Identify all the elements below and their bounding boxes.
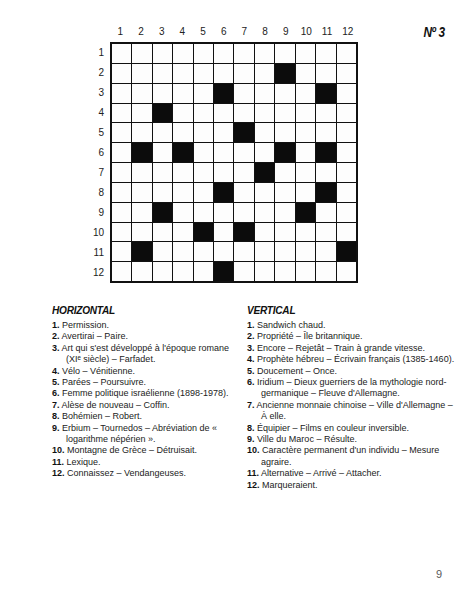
cell-r1c1[interactable] xyxy=(112,44,131,63)
col-label-8: 8 xyxy=(255,26,276,40)
cell-r12c12[interactable] xyxy=(337,262,356,281)
cell-r3c1[interactable] xyxy=(112,84,131,103)
clue-text: Ancienne monnaie chinoise – Ville d'Alle… xyxy=(255,400,453,421)
col-label-2: 2 xyxy=(131,26,152,40)
cell-r11c7[interactable] xyxy=(234,242,253,261)
clue-number: 3. xyxy=(52,343,60,353)
clue-number: 8. xyxy=(52,411,60,421)
cell-r7c8 xyxy=(255,163,274,182)
magazine-page: Nº 3 123456789101112 123456789101112 HOR… xyxy=(0,0,474,608)
clue-number: 2. xyxy=(52,331,60,341)
cell-r10c2[interactable] xyxy=(132,223,151,242)
row-label-12: 12 xyxy=(84,263,104,283)
cell-r11c3[interactable] xyxy=(153,242,172,261)
clue-text: Vélo – Vénitienne. xyxy=(60,366,136,376)
row-labels: 123456789101112 xyxy=(84,42,104,283)
cell-r2c9 xyxy=(275,64,294,83)
cell-r11c4[interactable] xyxy=(173,242,192,261)
clue-number: 7. xyxy=(247,400,255,410)
clue-item-h-12: 12. Connaissez – Vendangeuses. xyxy=(52,468,232,479)
cell-r2c4[interactable] xyxy=(173,64,192,83)
cell-r5c4[interactable] xyxy=(173,123,192,142)
clue-item-h-3: 3. Art qui s'est développé à l'époque ro… xyxy=(52,343,232,366)
clue-text: Ville du Maroc – Résulte. xyxy=(255,434,357,444)
cell-r4c3 xyxy=(153,104,172,123)
cell-r8c12[interactable] xyxy=(337,183,356,202)
cell-r12c9[interactable] xyxy=(275,262,294,281)
vertical-clues-title: VERTICAL xyxy=(247,304,295,316)
cell-r3c11 xyxy=(316,84,335,103)
cell-r6c10[interactable] xyxy=(296,143,315,162)
row-label-10: 10 xyxy=(84,223,104,243)
clue-text: Connaissez – Vendangeuses. xyxy=(65,468,187,478)
puzzle-number: Nº 3 xyxy=(412,24,456,40)
cell-r11c11[interactable] xyxy=(316,242,335,261)
clue-item-h-5: 5. Parées – Poursuivre. xyxy=(52,377,232,388)
clue-item-v-12: 12. Marqueraient. xyxy=(247,480,459,491)
clue-number: 8. xyxy=(247,423,255,433)
cell-r6c7[interactable] xyxy=(234,143,253,162)
cell-r2c10[interactable] xyxy=(296,64,315,83)
cell-r8c7[interactable] xyxy=(234,183,253,202)
cell-r1c9[interactable] xyxy=(275,44,294,63)
col-label-9: 9 xyxy=(275,26,296,40)
cell-r12c3[interactable] xyxy=(153,262,172,281)
cell-r3c9[interactable] xyxy=(275,84,294,103)
cell-r8c6 xyxy=(214,183,233,202)
cell-r5c8[interactable] xyxy=(255,123,274,142)
clue-item-v-6: 6. Iridium – Dieux guerriers de la mytho… xyxy=(247,377,459,400)
page-number: 9 xyxy=(436,568,442,580)
cell-r6c9 xyxy=(275,143,294,162)
cell-r7c9[interactable] xyxy=(275,163,294,182)
clue-number: 1. xyxy=(52,320,60,330)
clue-section-vertical: VERTICAL 1. Sandwich chaud.2. Propriété … xyxy=(247,300,459,491)
clue-text: Montagne de Grèce – Détruisait. xyxy=(65,445,198,455)
horizontal-clue-list: 1. Permission.2. Avertirai – Paire.3. Ar… xyxy=(52,320,232,480)
cell-r9c3 xyxy=(153,203,172,222)
cell-r11c10[interactable] xyxy=(296,242,315,261)
clue-item-v-9: 9. Ville du Maroc – Résulte. xyxy=(247,434,459,445)
cell-r4c4[interactable] xyxy=(173,104,192,123)
cell-r2c3[interactable] xyxy=(153,64,172,83)
clue-text: Alèse de nouveau – Coffin. xyxy=(60,400,170,410)
clue-text: Parées – Poursuivre. xyxy=(60,377,147,387)
cell-r1c8[interactable] xyxy=(255,44,274,63)
cell-r2c5[interactable] xyxy=(194,64,213,83)
clue-text: Bohémien – Robert. xyxy=(60,411,143,421)
cell-r2c12[interactable] xyxy=(337,64,356,83)
cell-r10c7 xyxy=(234,223,253,242)
cell-r9c6[interactable] xyxy=(214,203,233,222)
cell-r10c11[interactable] xyxy=(316,223,335,242)
cell-r1c2[interactable] xyxy=(132,44,151,63)
cell-r4c6[interactable] xyxy=(214,104,233,123)
cell-r6c6[interactable] xyxy=(214,143,233,162)
cell-r4c12[interactable] xyxy=(337,104,356,123)
cell-r10c1[interactable] xyxy=(112,223,131,242)
cell-r7c11[interactable] xyxy=(316,163,335,182)
cell-r3c12[interactable] xyxy=(337,84,356,103)
cell-r12c8[interactable] xyxy=(255,262,274,281)
clue-number: 4. xyxy=(52,366,60,376)
cell-r8c9[interactable] xyxy=(275,183,294,202)
cell-r4c9[interactable] xyxy=(275,104,294,123)
clue-text: Art qui s'est développé à l'époque roman… xyxy=(60,343,230,364)
cell-r9c9[interactable] xyxy=(275,203,294,222)
cell-r12c5[interactable] xyxy=(194,262,213,281)
cell-r5c11[interactable] xyxy=(316,123,335,142)
clue-number: 5. xyxy=(52,377,60,387)
cell-r10c5 xyxy=(194,223,213,242)
cell-r12c7[interactable] xyxy=(234,262,253,281)
cell-r6c4 xyxy=(173,143,192,162)
column-labels: 123456789101112 xyxy=(110,26,358,40)
row-label-9: 9 xyxy=(84,203,104,223)
cell-r2c6[interactable] xyxy=(214,64,233,83)
clue-item-v-1: 1. Sandwich chaud. xyxy=(247,320,459,331)
cell-r9c8[interactable] xyxy=(255,203,274,222)
clue-item-v-5: 5. Doucement – Once. xyxy=(247,366,459,377)
row-label-3: 3 xyxy=(84,82,104,102)
cell-r8c4[interactable] xyxy=(173,183,192,202)
clue-number: 11. xyxy=(247,468,259,478)
cell-r10c3[interactable] xyxy=(153,223,172,242)
clue-item-v-4: 4. Prophète hébreu – Écrivain français (… xyxy=(247,354,459,365)
cell-r9c2[interactable] xyxy=(132,203,151,222)
cell-r1c11[interactable] xyxy=(316,44,335,63)
col-label-1: 1 xyxy=(110,26,131,40)
clue-text: Sandwich chaud. xyxy=(255,320,326,330)
cell-r4c8[interactable] xyxy=(255,104,274,123)
cell-r12c10[interactable] xyxy=(296,262,315,281)
clue-number: 5. xyxy=(247,366,255,376)
clue-item-h-11: 11. Lexique. xyxy=(52,457,232,468)
cell-r11c9[interactable] xyxy=(275,242,294,261)
cell-r10c10[interactable] xyxy=(296,223,315,242)
clue-text: Lexique. xyxy=(64,457,101,467)
cell-r10c12[interactable] xyxy=(337,223,356,242)
clue-item-v-8: 8. Équipier – Films en couleur inversibl… xyxy=(247,423,459,434)
cell-r6c1[interactable] xyxy=(112,143,131,162)
clue-number: 3. xyxy=(247,343,255,353)
cell-r4c2[interactable] xyxy=(132,104,151,123)
cell-r3c3[interactable] xyxy=(153,84,172,103)
row-label-11: 11 xyxy=(84,243,104,263)
clue-item-h-9: 9. Erbium – Tournedos – Abréviation de «… xyxy=(52,423,232,446)
clue-text: Permission. xyxy=(60,320,110,330)
cell-r8c5[interactable] xyxy=(194,183,213,202)
clue-text: Équipier – Films en couleur inversible. xyxy=(255,423,410,433)
clue-section-horizontal: HORIZONTAL 1. Permission.2. Avertirai – … xyxy=(52,300,232,480)
clue-item-h-4: 4. Vélo – Vénitienne. xyxy=(52,366,232,377)
cell-r11c2 xyxy=(132,242,151,261)
cell-r6c3[interactable] xyxy=(153,143,172,162)
cell-r8c11 xyxy=(316,183,335,202)
clue-number: 12. xyxy=(52,468,65,478)
cell-r4c5[interactable] xyxy=(194,104,213,123)
cell-r3c2[interactable] xyxy=(132,84,151,103)
cell-r4c11[interactable] xyxy=(316,104,335,123)
clue-number: 10. xyxy=(247,445,260,455)
clue-text: Femme politique israélienne (1898-1978). xyxy=(60,388,229,398)
clue-text: Iridium – Dieux guerriers de la mytholog… xyxy=(255,377,447,398)
cell-r6c2 xyxy=(132,143,151,162)
clue-item-h-6: 6. Femme politique israélienne (1898-197… xyxy=(52,388,232,399)
cell-r1c6[interactable] xyxy=(214,44,233,63)
cell-r9c12[interactable] xyxy=(337,203,356,222)
cell-r3c4[interactable] xyxy=(173,84,192,103)
clue-item-v-2: 2. Propriété – Île britannique. xyxy=(247,331,459,342)
cell-r6c5[interactable] xyxy=(194,143,213,162)
row-label-5: 5 xyxy=(84,122,104,142)
cell-r11c6[interactable] xyxy=(214,242,233,261)
cell-r7c10[interactable] xyxy=(296,163,315,182)
cell-r9c1[interactable] xyxy=(112,203,131,222)
cell-r5c3[interactable] xyxy=(153,123,172,142)
clue-number: 4. xyxy=(247,354,255,364)
col-label-11: 11 xyxy=(317,26,338,40)
cell-r10c9[interactable] xyxy=(275,223,294,242)
row-label-8: 8 xyxy=(84,183,104,203)
crossword-board xyxy=(110,42,358,283)
row-label-6: 6 xyxy=(84,142,104,162)
horizontal-clues-title: HORIZONTAL xyxy=(52,304,115,316)
cell-r5c12[interactable] xyxy=(337,123,356,142)
row-label-1: 1 xyxy=(84,42,104,62)
cell-r8c3[interactable] xyxy=(153,183,172,202)
clue-number: 12. xyxy=(247,480,260,490)
cell-r9c7[interactable] xyxy=(234,203,253,222)
cell-r1c7[interactable] xyxy=(234,44,253,63)
col-label-12: 12 xyxy=(337,26,358,40)
clue-number: 1. xyxy=(247,320,255,330)
cell-r4c1[interactable] xyxy=(112,104,131,123)
cell-r10c4[interactable] xyxy=(173,223,192,242)
row-label-7: 7 xyxy=(84,162,104,182)
row-label-2: 2 xyxy=(84,62,104,82)
cell-r7c7[interactable] xyxy=(234,163,253,182)
clue-item-v-3: 3. Encore – Rejetât – Train à grande vit… xyxy=(247,343,459,354)
cell-r11c8[interactable] xyxy=(255,242,274,261)
clue-text: Caractère permanent d'un individu – Mesu… xyxy=(260,445,440,466)
cell-r8c8[interactable] xyxy=(255,183,274,202)
cell-r2c2[interactable] xyxy=(132,64,151,83)
cell-r5c5[interactable] xyxy=(194,123,213,142)
clue-item-v-7: 7. Ancienne monnaie chinoise – Ville d'A… xyxy=(247,400,459,423)
clue-number: 7. xyxy=(52,400,60,410)
cell-r9c4[interactable] xyxy=(173,203,192,222)
cell-r5c6[interactable] xyxy=(214,123,233,142)
cell-r5c9[interactable] xyxy=(275,123,294,142)
clue-item-h-2: 2. Avertirai – Paire. xyxy=(52,331,232,342)
clue-number: 9. xyxy=(52,423,60,433)
clue-text: Avertirai – Paire. xyxy=(60,331,128,341)
cell-r5c7 xyxy=(234,123,253,142)
clue-text: Prophète hébreu – Écrivain français (138… xyxy=(255,354,455,364)
cell-r8c1[interactable] xyxy=(112,183,131,202)
cell-r2c8[interactable] xyxy=(255,64,274,83)
clue-text: Propriété – Île britannique. xyxy=(255,331,363,341)
cell-r12c6 xyxy=(214,262,233,281)
cell-r3c6 xyxy=(214,84,233,103)
cell-r5c2[interactable] xyxy=(132,123,151,142)
cell-r1c4[interactable] xyxy=(173,44,192,63)
cell-r10c8[interactable] xyxy=(255,223,274,242)
cell-r8c10[interactable] xyxy=(296,183,315,202)
clue-item-v-10: 10. Caractère permanent d'un individu – … xyxy=(247,445,459,468)
clue-item-h-8: 8. Bohémien – Robert. xyxy=(52,411,232,422)
cell-r11c5[interactable] xyxy=(194,242,213,261)
cell-r10c6[interactable] xyxy=(214,223,233,242)
cell-r3c10[interactable] xyxy=(296,84,315,103)
cell-r12c4[interactable] xyxy=(173,262,192,281)
cell-r11c1[interactable] xyxy=(112,242,131,261)
cell-r2c1[interactable] xyxy=(112,64,131,83)
cell-r8c2[interactable] xyxy=(132,183,151,202)
cell-r5c10[interactable] xyxy=(296,123,315,142)
cell-r7c5[interactable] xyxy=(194,163,213,182)
cell-r9c11[interactable] xyxy=(316,203,335,222)
cell-r6c8[interactable] xyxy=(255,143,274,162)
cell-r7c4[interactable] xyxy=(173,163,192,182)
cell-r7c3[interactable] xyxy=(153,163,172,182)
cell-r6c12[interactable] xyxy=(337,143,356,162)
clue-number: 11. xyxy=(52,457,64,467)
clue-text: Erbium – Tournedos – Abréviation de « lo… xyxy=(60,423,217,444)
clue-text: Alternative – Arrivé – Attacher. xyxy=(259,468,382,478)
col-label-4: 4 xyxy=(172,26,193,40)
clue-item-v-11: 11. Alternative – Arrivé – Attacher. xyxy=(247,468,459,479)
cell-r9c5[interactable] xyxy=(194,203,213,222)
clue-item-h-10: 10. Montagne de Grèce – Détruisait. xyxy=(52,445,232,456)
cell-r2c7[interactable] xyxy=(234,64,253,83)
clue-item-h-1: 1. Permission. xyxy=(52,320,232,331)
cell-r7c12[interactable] xyxy=(337,163,356,182)
cell-r12c2[interactable] xyxy=(132,262,151,281)
cell-r4c7[interactable] xyxy=(234,104,253,123)
clue-text: Encore – Rejetât – Train à grande vitess… xyxy=(255,343,426,353)
col-label-3: 3 xyxy=(151,26,172,40)
clue-number: 6. xyxy=(247,377,255,387)
cell-r2c11[interactable] xyxy=(316,64,335,83)
col-label-6: 6 xyxy=(213,26,234,40)
clue-number: 9. xyxy=(247,434,255,444)
cell-r7c1[interactable] xyxy=(112,163,131,182)
cell-r11c12 xyxy=(337,242,356,261)
clue-text: Marqueraient. xyxy=(260,480,318,490)
col-label-7: 7 xyxy=(234,26,255,40)
clue-number: 6. xyxy=(52,388,60,398)
clue-text: Doucement – Once. xyxy=(255,366,338,376)
cell-r12c11[interactable] xyxy=(316,262,335,281)
cell-r12c1[interactable] xyxy=(112,262,131,281)
clue-number: 10. xyxy=(52,445,65,455)
cell-r1c12[interactable] xyxy=(337,44,356,63)
vertical-clue-list: 1. Sandwich chaud.2. Propriété – Île bri… xyxy=(247,320,459,491)
col-label-5: 5 xyxy=(193,26,214,40)
clue-item-h-7: 7. Alèse de nouveau – Coffin. xyxy=(52,400,232,411)
cell-r1c3[interactable] xyxy=(153,44,172,63)
cell-r6c11 xyxy=(316,143,335,162)
cell-r1c10[interactable] xyxy=(296,44,315,63)
cell-r5c1[interactable] xyxy=(112,123,131,142)
cell-r3c7[interactable] xyxy=(234,84,253,103)
row-label-4: 4 xyxy=(84,102,104,122)
cell-r1c5[interactable] xyxy=(194,44,213,63)
col-label-10: 10 xyxy=(296,26,317,40)
clue-number: 2. xyxy=(247,331,255,341)
cell-r4c10[interactable] xyxy=(296,104,315,123)
cell-r7c6[interactable] xyxy=(214,163,233,182)
cell-r3c5[interactable] xyxy=(194,84,213,103)
cell-r7c2[interactable] xyxy=(132,163,151,182)
cell-r9c10 xyxy=(296,203,315,222)
cell-r3c8[interactable] xyxy=(255,84,274,103)
